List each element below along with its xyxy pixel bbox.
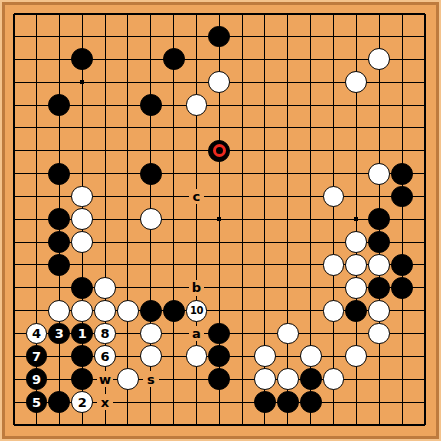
- intersection-7-7[interactable]: [162, 162, 185, 185]
- intersection-8-0[interactable]: [185, 2, 208, 25]
- intersection-5-7[interactable]: [116, 162, 139, 185]
- intersection-9-7[interactable]: [208, 162, 231, 185]
- intersection-13-4[interactable]: [299, 94, 322, 117]
- intersection-16-13[interactable]: [368, 299, 391, 322]
- intersection-6-14[interactable]: [139, 322, 162, 345]
- intersection-12-6[interactable]: [276, 139, 299, 162]
- intersection-10-0[interactable]: [231, 2, 254, 25]
- intersection-18-3[interactable]: [413, 71, 436, 94]
- intersection-8-17[interactable]: [185, 391, 208, 414]
- intersection-1-11[interactable]: [25, 254, 48, 277]
- intersection-13-3[interactable]: [299, 71, 322, 94]
- intersection-2-14[interactable]: 3: [48, 322, 71, 345]
- intersection-7-17[interactable]: [162, 391, 185, 414]
- intersection-6-16[interactable]: s: [139, 368, 162, 391]
- intersection-1-12[interactable]: [25, 276, 48, 299]
- intersection-11-14[interactable]: [254, 322, 277, 345]
- intersection-0-16[interactable]: [2, 368, 25, 391]
- intersection-8-16[interactable]: [185, 368, 208, 391]
- intersection-16-6[interactable]: [368, 139, 391, 162]
- intersection-0-10[interactable]: [2, 231, 25, 254]
- intersection-8-4[interactable]: [185, 94, 208, 117]
- intersection-12-2[interactable]: [276, 48, 299, 71]
- intersection-18-2[interactable]: [413, 48, 436, 71]
- intersection-6-5[interactable]: [139, 116, 162, 139]
- intersection-9-11[interactable]: [208, 254, 231, 277]
- intersection-0-18[interactable]: [2, 413, 25, 436]
- intersection-1-8[interactable]: [25, 185, 48, 208]
- intersection-5-16[interactable]: [116, 368, 139, 391]
- intersection-10-16[interactable]: [231, 368, 254, 391]
- intersection-11-11[interactable]: [254, 254, 277, 277]
- intersection-3-2[interactable]: [71, 48, 94, 71]
- intersection-8-15[interactable]: [185, 345, 208, 368]
- intersection-7-8[interactable]: [162, 185, 185, 208]
- intersection-3-12[interactable]: [71, 276, 94, 299]
- intersection-10-8[interactable]: [231, 185, 254, 208]
- intersection-6-4[interactable]: [139, 94, 162, 117]
- intersection-5-2[interactable]: [116, 48, 139, 71]
- intersection-18-15[interactable]: [413, 345, 436, 368]
- intersection-7-1[interactable]: [162, 25, 185, 48]
- intersection-4-11[interactable]: [94, 254, 117, 277]
- intersection-10-15[interactable]: [231, 345, 254, 368]
- intersection-5-12[interactable]: [116, 276, 139, 299]
- intersection-4-16[interactable]: w: [94, 368, 117, 391]
- intersection-18-1[interactable]: [413, 25, 436, 48]
- intersection-15-11[interactable]: [345, 254, 368, 277]
- intersection-11-17[interactable]: [254, 391, 277, 414]
- intersection-17-13[interactable]: [391, 299, 414, 322]
- intersection-7-4[interactable]: [162, 94, 185, 117]
- intersection-4-7[interactable]: [94, 162, 117, 185]
- intersection-2-4[interactable]: [48, 94, 71, 117]
- intersection-13-16[interactable]: [299, 368, 322, 391]
- intersection-2-8[interactable]: [48, 185, 71, 208]
- intersection-7-3[interactable]: [162, 71, 185, 94]
- intersection-13-15[interactable]: [299, 345, 322, 368]
- intersection-17-1[interactable]: [391, 25, 414, 48]
- intersection-1-16[interactable]: 9: [25, 368, 48, 391]
- intersection-7-12[interactable]: [162, 276, 185, 299]
- intersection-9-3[interactable]: [208, 71, 231, 94]
- intersection-16-0[interactable]: [368, 2, 391, 25]
- intersection-15-13[interactable]: [345, 299, 368, 322]
- intersection-15-14[interactable]: [345, 322, 368, 345]
- intersection-13-11[interactable]: [299, 254, 322, 277]
- intersection-11-18[interactable]: [254, 413, 277, 436]
- intersection-10-10[interactable]: [231, 231, 254, 254]
- intersection-11-16[interactable]: [254, 368, 277, 391]
- intersection-5-13[interactable]: [116, 299, 139, 322]
- intersection-11-5[interactable]: [254, 116, 277, 139]
- intersection-4-9[interactable]: [94, 208, 117, 231]
- intersection-5-1[interactable]: [116, 25, 139, 48]
- intersection-0-0[interactable]: [2, 2, 25, 25]
- intersection-16-4[interactable]: [368, 94, 391, 117]
- intersection-17-15[interactable]: [391, 345, 414, 368]
- intersection-7-14[interactable]: [162, 322, 185, 345]
- intersection-5-4[interactable]: [116, 94, 139, 117]
- intersection-2-12[interactable]: [48, 276, 71, 299]
- intersection-17-3[interactable]: [391, 71, 414, 94]
- intersection-0-17[interactable]: [2, 391, 25, 414]
- intersection-8-8[interactable]: c: [185, 185, 208, 208]
- intersection-18-14[interactable]: [413, 322, 436, 345]
- intersection-11-15[interactable]: [254, 345, 277, 368]
- intersection-2-6[interactable]: [48, 139, 71, 162]
- intersection-13-12[interactable]: [299, 276, 322, 299]
- intersection-5-14[interactable]: [116, 322, 139, 345]
- intersection-15-7[interactable]: [345, 162, 368, 185]
- intersection-4-6[interactable]: [94, 139, 117, 162]
- intersection-14-16[interactable]: [322, 368, 345, 391]
- intersection-15-16[interactable]: [345, 368, 368, 391]
- intersection-3-9[interactable]: [71, 208, 94, 231]
- intersection-6-15[interactable]: [139, 345, 162, 368]
- intersection-12-13[interactable]: [276, 299, 299, 322]
- intersection-14-18[interactable]: [322, 413, 345, 436]
- intersection-8-2[interactable]: [185, 48, 208, 71]
- intersection-12-0[interactable]: [276, 2, 299, 25]
- intersection-3-5[interactable]: [71, 116, 94, 139]
- intersection-6-9[interactable]: [139, 208, 162, 231]
- intersection-7-6[interactable]: [162, 139, 185, 162]
- intersection-6-7[interactable]: [139, 162, 162, 185]
- intersection-5-10[interactable]: [116, 231, 139, 254]
- intersection-16-18[interactable]: [368, 413, 391, 436]
- intersection-1-14[interactable]: 4: [25, 322, 48, 345]
- intersection-6-11[interactable]: [139, 254, 162, 277]
- intersection-17-12[interactable]: [391, 276, 414, 299]
- intersection-14-11[interactable]: [322, 254, 345, 277]
- intersection-7-16[interactable]: [162, 368, 185, 391]
- intersection-11-0[interactable]: [254, 2, 277, 25]
- intersection-15-12[interactable]: [345, 276, 368, 299]
- intersection-9-18[interactable]: [208, 413, 231, 436]
- intersection-2-18[interactable]: [48, 413, 71, 436]
- intersection-10-6[interactable]: [231, 139, 254, 162]
- intersection-16-10[interactable]: [368, 231, 391, 254]
- intersection-8-5[interactable]: [185, 116, 208, 139]
- intersection-1-7[interactable]: [25, 162, 48, 185]
- intersection-18-0[interactable]: [413, 2, 436, 25]
- intersection-1-2[interactable]: [25, 48, 48, 71]
- intersection-10-2[interactable]: [231, 48, 254, 71]
- intersection-17-10[interactable]: [391, 231, 414, 254]
- intersection-16-5[interactable]: [368, 116, 391, 139]
- intersection-11-7[interactable]: [254, 162, 277, 185]
- intersection-4-17[interactable]: x: [94, 391, 117, 414]
- intersection-1-9[interactable]: [25, 208, 48, 231]
- intersection-17-5[interactable]: [391, 116, 414, 139]
- intersection-12-9[interactable]: [276, 208, 299, 231]
- intersection-17-0[interactable]: [391, 2, 414, 25]
- intersection-4-3[interactable]: [94, 71, 117, 94]
- intersection-6-17[interactable]: [139, 391, 162, 414]
- intersection-1-4[interactable]: [25, 94, 48, 117]
- intersection-1-0[interactable]: [25, 2, 48, 25]
- intersection-11-2[interactable]: [254, 48, 277, 71]
- intersection-13-6[interactable]: [299, 139, 322, 162]
- intersection-7-9[interactable]: [162, 208, 185, 231]
- intersection-6-6[interactable]: [139, 139, 162, 162]
- intersection-11-8[interactable]: [254, 185, 277, 208]
- intersection-18-5[interactable]: [413, 116, 436, 139]
- intersection-14-8[interactable]: [322, 185, 345, 208]
- intersection-9-9[interactable]: [208, 208, 231, 231]
- intersection-3-15[interactable]: [71, 345, 94, 368]
- intersection-9-12[interactable]: [208, 276, 231, 299]
- intersection-9-6[interactable]: [208, 139, 231, 162]
- intersection-9-14[interactable]: [208, 322, 231, 345]
- intersection-0-8[interactable]: [2, 185, 25, 208]
- intersection-0-7[interactable]: [2, 162, 25, 185]
- intersection-2-7[interactable]: [48, 162, 71, 185]
- intersection-11-4[interactable]: [254, 94, 277, 117]
- intersection-17-16[interactable]: [391, 368, 414, 391]
- intersection-18-8[interactable]: [413, 185, 436, 208]
- intersection-7-18[interactable]: [162, 413, 185, 436]
- intersection-17-14[interactable]: [391, 322, 414, 345]
- intersection-15-8[interactable]: [345, 185, 368, 208]
- intersection-8-18[interactable]: [185, 413, 208, 436]
- intersection-4-2[interactable]: [94, 48, 117, 71]
- intersection-1-6[interactable]: [25, 139, 48, 162]
- intersection-6-8[interactable]: [139, 185, 162, 208]
- intersection-1-15[interactable]: 7: [25, 345, 48, 368]
- intersection-5-9[interactable]: [116, 208, 139, 231]
- intersection-3-4[interactable]: [71, 94, 94, 117]
- intersection-5-18[interactable]: [116, 413, 139, 436]
- intersection-11-13[interactable]: [254, 299, 277, 322]
- intersection-17-17[interactable]: [391, 391, 414, 414]
- intersection-18-16[interactable]: [413, 368, 436, 391]
- intersection-14-10[interactable]: [322, 231, 345, 254]
- intersection-0-5[interactable]: [2, 116, 25, 139]
- intersection-8-11[interactable]: [185, 254, 208, 277]
- intersection-2-0[interactable]: [48, 2, 71, 25]
- intersection-12-1[interactable]: [276, 25, 299, 48]
- intersection-14-4[interactable]: [322, 94, 345, 117]
- intersection-4-18[interactable]: [94, 413, 117, 436]
- intersection-15-2[interactable]: [345, 48, 368, 71]
- intersection-1-18[interactable]: [25, 413, 48, 436]
- intersection-12-5[interactable]: [276, 116, 299, 139]
- intersection-15-17[interactable]: [345, 391, 368, 414]
- intersection-6-0[interactable]: [139, 2, 162, 25]
- intersection-4-0[interactable]: [94, 2, 117, 25]
- intersection-2-2[interactable]: [48, 48, 71, 71]
- intersection-3-8[interactable]: [71, 185, 94, 208]
- intersection-7-10[interactable]: [162, 231, 185, 254]
- intersection-12-12[interactable]: [276, 276, 299, 299]
- intersection-14-2[interactable]: [322, 48, 345, 71]
- intersection-11-6[interactable]: [254, 139, 277, 162]
- intersection-14-5[interactable]: [322, 116, 345, 139]
- intersection-5-3[interactable]: [116, 71, 139, 94]
- intersection-9-0[interactable]: [208, 2, 231, 25]
- intersection-3-7[interactable]: [71, 162, 94, 185]
- intersection-10-14[interactable]: [231, 322, 254, 345]
- intersection-13-2[interactable]: [299, 48, 322, 71]
- intersection-0-11[interactable]: [2, 254, 25, 277]
- intersection-18-9[interactable]: [413, 208, 436, 231]
- intersection-16-16[interactable]: [368, 368, 391, 391]
- intersection-18-12[interactable]: [413, 276, 436, 299]
- intersection-15-15[interactable]: [345, 345, 368, 368]
- intersection-10-1[interactable]: [231, 25, 254, 48]
- intersection-13-10[interactable]: [299, 231, 322, 254]
- intersection-16-11[interactable]: [368, 254, 391, 277]
- intersection-18-10[interactable]: [413, 231, 436, 254]
- intersection-12-10[interactable]: [276, 231, 299, 254]
- intersection-5-5[interactable]: [116, 116, 139, 139]
- intersection-14-15[interactable]: [322, 345, 345, 368]
- intersection-17-4[interactable]: [391, 94, 414, 117]
- intersection-17-8[interactable]: [391, 185, 414, 208]
- intersection-8-1[interactable]: [185, 25, 208, 48]
- intersection-12-14[interactable]: [276, 322, 299, 345]
- intersection-9-16[interactable]: [208, 368, 231, 391]
- intersection-10-3[interactable]: [231, 71, 254, 94]
- intersection-12-4[interactable]: [276, 94, 299, 117]
- intersection-10-7[interactable]: [231, 162, 254, 185]
- intersection-3-13[interactable]: [71, 299, 94, 322]
- intersection-10-12[interactable]: [231, 276, 254, 299]
- intersection-9-15[interactable]: [208, 345, 231, 368]
- intersection-16-2[interactable]: [368, 48, 391, 71]
- intersection-14-13[interactable]: [322, 299, 345, 322]
- intersection-5-11[interactable]: [116, 254, 139, 277]
- intersection-18-6[interactable]: [413, 139, 436, 162]
- intersection-1-3[interactable]: [25, 71, 48, 94]
- intersection-18-17[interactable]: [413, 391, 436, 414]
- intersection-5-6[interactable]: [116, 139, 139, 162]
- intersection-0-1[interactable]: [2, 25, 25, 48]
- intersection-13-13[interactable]: [299, 299, 322, 322]
- intersection-8-14[interactable]: a: [185, 322, 208, 345]
- intersection-1-17[interactable]: 5: [25, 391, 48, 414]
- intersection-0-4[interactable]: [2, 94, 25, 117]
- intersection-1-1[interactable]: [25, 25, 48, 48]
- intersection-17-2[interactable]: [391, 48, 414, 71]
- intersection-2-17[interactable]: [48, 391, 71, 414]
- intersection-14-9[interactable]: [322, 208, 345, 231]
- intersection-9-17[interactable]: [208, 391, 231, 414]
- intersection-15-10[interactable]: [345, 231, 368, 254]
- intersection-13-0[interactable]: [299, 2, 322, 25]
- intersection-9-4[interactable]: [208, 94, 231, 117]
- intersection-9-2[interactable]: [208, 48, 231, 71]
- intersection-17-7[interactable]: [391, 162, 414, 185]
- intersection-8-13[interactable]: 10: [185, 299, 208, 322]
- intersection-17-9[interactable]: [391, 208, 414, 231]
- intersection-10-17[interactable]: [231, 391, 254, 414]
- intersection-4-1[interactable]: [94, 25, 117, 48]
- intersection-10-9[interactable]: [231, 208, 254, 231]
- intersection-8-6[interactable]: [185, 139, 208, 162]
- intersection-3-11[interactable]: [71, 254, 94, 277]
- intersection-7-13[interactable]: [162, 299, 185, 322]
- intersection-3-1[interactable]: [71, 25, 94, 48]
- intersection-14-3[interactable]: [322, 71, 345, 94]
- intersection-7-2[interactable]: [162, 48, 185, 71]
- intersection-0-12[interactable]: [2, 276, 25, 299]
- intersection-4-12[interactable]: [94, 276, 117, 299]
- intersection-2-13[interactable]: [48, 299, 71, 322]
- intersection-6-13[interactable]: [139, 299, 162, 322]
- intersection-13-7[interactable]: [299, 162, 322, 185]
- intersection-7-5[interactable]: [162, 116, 185, 139]
- intersection-11-12[interactable]: [254, 276, 277, 299]
- intersection-4-14[interactable]: 8: [94, 322, 117, 345]
- intersection-10-4[interactable]: [231, 94, 254, 117]
- intersection-16-8[interactable]: [368, 185, 391, 208]
- intersection-13-18[interactable]: [299, 413, 322, 436]
- intersection-3-3[interactable]: [71, 71, 94, 94]
- intersection-15-1[interactable]: [345, 25, 368, 48]
- intersection-12-17[interactable]: [276, 391, 299, 414]
- intersection-16-9[interactable]: [368, 208, 391, 231]
- intersection-3-6[interactable]: [71, 139, 94, 162]
- intersection-6-12[interactable]: [139, 276, 162, 299]
- intersection-2-16[interactable]: [48, 368, 71, 391]
- intersection-13-9[interactable]: [299, 208, 322, 231]
- intersection-3-17[interactable]: 2: [71, 391, 94, 414]
- intersection-12-15[interactable]: [276, 345, 299, 368]
- intersection-4-10[interactable]: [94, 231, 117, 254]
- intersection-2-11[interactable]: [48, 254, 71, 277]
- intersection-9-1[interactable]: [208, 25, 231, 48]
- intersection-0-3[interactable]: [2, 71, 25, 94]
- intersection-2-9[interactable]: [48, 208, 71, 231]
- intersection-15-6[interactable]: [345, 139, 368, 162]
- intersection-9-13[interactable]: [208, 299, 231, 322]
- intersection-15-18[interactable]: [345, 413, 368, 436]
- intersection-17-11[interactable]: [391, 254, 414, 277]
- intersection-12-3[interactable]: [276, 71, 299, 94]
- intersection-6-10[interactable]: [139, 231, 162, 254]
- intersection-14-6[interactable]: [322, 139, 345, 162]
- intersection-2-3[interactable]: [48, 71, 71, 94]
- intersection-12-11[interactable]: [276, 254, 299, 277]
- intersection-15-3[interactable]: [345, 71, 368, 94]
- intersection-16-17[interactable]: [368, 391, 391, 414]
- intersection-13-1[interactable]: [299, 25, 322, 48]
- intersection-14-12[interactable]: [322, 276, 345, 299]
- intersection-16-1[interactable]: [368, 25, 391, 48]
- intersection-7-15[interactable]: [162, 345, 185, 368]
- intersection-12-8[interactable]: [276, 185, 299, 208]
- intersection-8-9[interactable]: [185, 208, 208, 231]
- intersection-8-3[interactable]: [185, 71, 208, 94]
- intersection-4-13[interactable]: [94, 299, 117, 322]
- intersection-2-15[interactable]: [48, 345, 71, 368]
- intersection-12-16[interactable]: [276, 368, 299, 391]
- intersection-7-11[interactable]: [162, 254, 185, 277]
- intersection-0-13[interactable]: [2, 299, 25, 322]
- intersection-3-14[interactable]: 1: [71, 322, 94, 345]
- intersection-16-3[interactable]: [368, 71, 391, 94]
- intersection-2-5[interactable]: [48, 116, 71, 139]
- intersection-16-12[interactable]: [368, 276, 391, 299]
- intersection-9-10[interactable]: [208, 231, 231, 254]
- intersection-6-3[interactable]: [139, 71, 162, 94]
- intersection-3-16[interactable]: [71, 368, 94, 391]
- intersection-1-5[interactable]: [25, 116, 48, 139]
- intersection-16-15[interactable]: [368, 345, 391, 368]
